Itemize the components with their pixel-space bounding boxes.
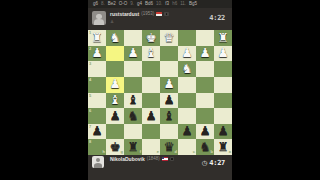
square-g6[interactable]: ♟ (106, 108, 124, 124)
move-token[interactable]: 8. (101, 0, 105, 8)
square-h8[interactable]: 8h (88, 139, 106, 155)
black-queen-d8[interactable]: ♛ (160, 139, 178, 155)
square-f3[interactable] (124, 61, 142, 77)
white-pawn-g4[interactable]: ♟ (106, 77, 124, 93)
white-queen-d1[interactable]: ♛ (160, 30, 178, 46)
square-f4[interactable] (124, 77, 142, 93)
square-h5[interactable]: 5 (88, 93, 106, 109)
square-h6[interactable]: 6 (88, 108, 106, 124)
square-b5[interactable] (196, 93, 214, 109)
chess-board[interactable]: 1♜♞♚♛♜2♟♟♝♟♟♟3♞4♟♟5♝♝♟6♟♞♟♝7♟♟♟♟8hg♚f♜ed… (88, 30, 232, 155)
white-rook-a1[interactable]: ♜ (214, 30, 232, 46)
rank-label-5: 5 (89, 94, 91, 98)
black-bishop-f5[interactable]: ♝ (124, 93, 142, 109)
bottom-player-name[interactable]: NikolaDubovik (110, 156, 145, 162)
square-e1[interactable]: ♚ (142, 30, 160, 46)
screenshot-canvas: g68.Be2O-O9.g4Bd610.f3h611.Bg5 ruststard… (0, 0, 320, 180)
top-player-bar: ruststardust (1953) ♟ 4:22 (88, 10, 232, 29)
white-rook-h1[interactable]: ♜ (88, 30, 106, 46)
bottom-player-bar: NikolaDubovik (1848) ◷ 4:27 (88, 155, 232, 171)
top-player-flag-icon (156, 12, 162, 16)
black-knight-b8[interactable]: ♞ (196, 139, 214, 155)
white-knight-g1[interactable]: ♞ (106, 30, 124, 46)
rank-label-3: 3 (89, 62, 91, 66)
square-g8[interactable]: g♚ (106, 139, 124, 155)
top-player-name[interactable]: ruststardust (110, 11, 139, 17)
black-rook-f8[interactable]: ♜ (124, 139, 142, 155)
black-pawn-e6[interactable]: ♟ (142, 108, 160, 124)
square-h2[interactable]: 2♟ (88, 46, 106, 62)
square-d3[interactable] (160, 61, 178, 77)
move-token[interactable]: Bg5 (189, 0, 197, 8)
square-d4[interactable]: ♟ (160, 77, 178, 93)
square-e6[interactable]: ♟ (142, 108, 160, 124)
square-a4[interactable] (214, 77, 232, 93)
top-player-badge-icon (164, 12, 169, 17)
file-label-e: e (157, 150, 159, 154)
square-f1[interactable] (124, 30, 142, 46)
top-player-avatar[interactable] (92, 11, 106, 25)
bottom-player-badge-icon (170, 157, 175, 162)
square-b6[interactable] (196, 108, 214, 124)
square-a3[interactable] (214, 61, 232, 77)
move-token[interactable]: g4 (137, 0, 142, 8)
square-b7[interactable]: ♟ (196, 124, 214, 140)
square-g2[interactable] (106, 46, 124, 62)
square-a5[interactable] (214, 93, 232, 109)
square-h4[interactable]: 4 (88, 77, 106, 93)
white-bishop-e2[interactable]: ♝ (142, 46, 160, 62)
file-label-c: c (193, 150, 195, 154)
black-pawn-c7[interactable]: ♟ (178, 124, 196, 140)
black-knight-f6[interactable]: ♞ (124, 108, 142, 124)
square-c7[interactable]: ♟ (178, 124, 196, 140)
square-c5[interactable] (178, 93, 196, 109)
square-d7[interactable] (160, 124, 178, 140)
square-a8[interactable]: a♜ (214, 139, 232, 155)
square-a7[interactable]: ♟ (214, 124, 232, 140)
square-b4[interactable] (196, 77, 214, 93)
square-a1[interactable]: ♜ (214, 30, 232, 46)
move-list-strip[interactable]: g68.Be2O-O9.g4Bd610.f3h611.Bg5 (88, 0, 232, 8)
square-d1[interactable]: ♛ (160, 30, 178, 46)
move-token[interactable]: 10. (156, 0, 162, 8)
square-b1[interactable] (196, 30, 214, 46)
square-e2[interactable]: ♝ (142, 46, 160, 62)
square-a2[interactable]: ♟ (214, 46, 232, 62)
bottom-player-flag-icon (162, 157, 168, 161)
square-d2[interactable] (160, 46, 178, 62)
square-d6[interactable]: ♝ (160, 108, 178, 124)
square-e8[interactable]: e (142, 139, 160, 155)
white-pawn-b2[interactable]: ♟ (196, 46, 214, 62)
bottom-player-clock: ◷ 4:27 (202, 159, 225, 167)
square-g5[interactable]: ♝ (106, 93, 124, 109)
rank-label-6: 6 (89, 109, 91, 113)
square-c8[interactable]: c (178, 139, 196, 155)
square-d5[interactable]: ♟ (160, 93, 178, 109)
white-pawn-h2[interactable]: ♟ (88, 46, 106, 62)
black-rook-a8[interactable]: ♜ (214, 139, 232, 155)
clock-icon: ◷ (202, 160, 208, 167)
square-b8[interactable]: b♞ (196, 139, 214, 155)
square-b3[interactable] (196, 61, 214, 77)
square-g4[interactable]: ♟ (106, 77, 124, 93)
white-bishop-g5[interactable]: ♝ (106, 93, 124, 109)
square-b2[interactable]: ♟ (196, 46, 214, 62)
top-captured-pieces: ♟ (110, 19, 169, 24)
move-token[interactable]: 11. (180, 0, 186, 8)
square-a6[interactable] (214, 108, 232, 124)
square-c4[interactable] (178, 77, 196, 93)
square-e5[interactable] (142, 93, 160, 109)
move-token[interactable]: f3 (165, 0, 169, 8)
square-c1[interactable] (178, 30, 196, 46)
bottom-player-avatar[interactable] (92, 156, 104, 168)
square-c3[interactable]: ♞ (178, 61, 196, 77)
bottom-player-rating: (1848) (147, 156, 160, 162)
square-h7[interactable]: 7♟ (88, 124, 106, 140)
white-knight-c3[interactable]: ♞ (178, 61, 196, 77)
move-token[interactable]: Be2 (108, 0, 116, 8)
black-pawn-g6[interactable]: ♟ (106, 108, 124, 124)
black-pawn-h7[interactable]: ♟ (88, 124, 106, 140)
square-c6[interactable] (178, 108, 196, 124)
white-pawn-f2[interactable]: ♟ (124, 46, 142, 62)
square-f5[interactable]: ♝ (124, 93, 142, 109)
black-pawn-a7[interactable]: ♟ (214, 124, 232, 140)
white-pawn-c2[interactable]: ♟ (178, 46, 196, 62)
move-token[interactable]: O-O (119, 0, 128, 8)
square-h1[interactable]: 1♜ (88, 30, 106, 46)
square-f7[interactable] (124, 124, 142, 140)
square-g3[interactable] (106, 61, 124, 77)
square-c2[interactable]: ♟ (178, 46, 196, 62)
square-g7[interactable] (106, 124, 124, 140)
phone-screen: g68.Be2O-O9.g4Bd610.f3h611.Bg5 ruststard… (88, 0, 232, 180)
avatar-person-icon (96, 158, 100, 162)
square-f6[interactable]: ♞ (124, 108, 142, 124)
top-player-rating: (1953) (141, 11, 154, 17)
move-token[interactable]: 9. (130, 0, 134, 8)
move-token[interactable]: h6 (172, 0, 177, 8)
top-player-clock: 4:22 (209, 14, 225, 22)
move-token[interactable]: Bd6 (145, 0, 153, 8)
square-f8[interactable]: f♜ (124, 139, 142, 155)
black-bishop-d6[interactable]: ♝ (160, 108, 178, 124)
square-f2[interactable]: ♟ (124, 46, 142, 62)
rank-label-4: 4 (89, 78, 91, 82)
black-pawn-b7[interactable]: ♟ (196, 124, 214, 140)
square-e4[interactable] (142, 77, 160, 93)
white-pawn-a2[interactable]: ♟ (214, 46, 232, 62)
square-g1[interactable]: ♞ (106, 30, 124, 46)
avatar-person-icon (96, 14, 101, 19)
black-king-g8[interactable]: ♚ (106, 139, 124, 155)
white-pawn-d4[interactable]: ♟ (160, 77, 178, 93)
white-king-e1[interactable]: ♚ (142, 30, 160, 46)
file-label-h: h (103, 150, 105, 154)
square-e7[interactable] (142, 124, 160, 140)
move-token[interactable]: g6 (93, 0, 98, 8)
square-h3[interactable]: 3 (88, 61, 106, 77)
rank-label-8: 8 (89, 140, 91, 144)
black-pawn-d5[interactable]: ♟ (160, 93, 178, 109)
square-e3[interactable] (142, 61, 160, 77)
square-d8[interactable]: d♛ (160, 139, 178, 155)
